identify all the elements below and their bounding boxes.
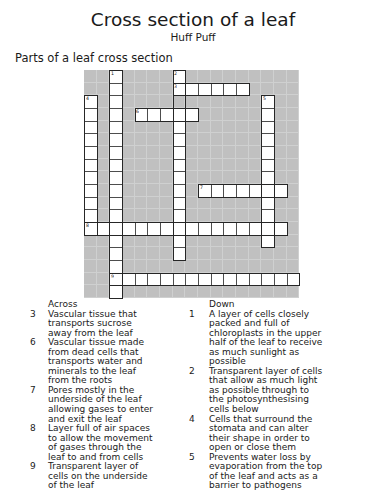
grid-cell[interactable] <box>109 273 123 287</box>
grid-cell[interactable] <box>261 222 275 236</box>
grid-cell[interactable] <box>160 108 174 122</box>
grid-cell[interactable] <box>261 197 275 211</box>
grid-cell[interactable] <box>109 171 123 185</box>
grid-cell[interactable] <box>173 108 187 122</box>
grid-cell[interactable] <box>211 222 225 236</box>
grid-cell[interactable] <box>84 159 98 173</box>
grid-cell[interactable] <box>84 184 98 198</box>
grid-cell[interactable] <box>236 184 250 198</box>
grid-cell[interactable] <box>173 121 187 135</box>
grid-cell[interactable] <box>147 222 161 236</box>
grid-cell[interactable] <box>84 121 98 135</box>
grid-cell[interactable] <box>261 209 275 223</box>
grid-cell[interactable] <box>261 146 275 160</box>
grid-cell[interactable] <box>173 247 187 261</box>
grid-cell[interactable] <box>173 197 187 211</box>
grid-cell[interactable] <box>147 273 161 287</box>
grid-cell[interactable] <box>160 222 174 236</box>
clue-number: 9 <box>30 462 48 472</box>
grid-cell[interactable] <box>185 108 199 122</box>
page-subtitle: Huff Puff <box>0 31 386 43</box>
grid-cell[interactable] <box>173 171 187 185</box>
grid-cell[interactable] <box>109 209 123 223</box>
grid-cell[interactable] <box>84 133 98 147</box>
grid-cell[interactable] <box>109 70 123 84</box>
grid-cell[interactable] <box>261 121 275 135</box>
clue-item: 7Pores mostly in the underside of the le… <box>30 386 185 424</box>
clue-number: 7 <box>30 386 48 396</box>
grid-cell[interactable] <box>223 273 237 287</box>
grid-cell[interactable] <box>109 184 123 198</box>
grid-cell[interactable] <box>261 171 275 185</box>
worksheet-page: Cross section of a leaf Huff Puff Parts … <box>0 0 386 500</box>
grid-cell[interactable] <box>274 222 288 236</box>
clue-text: Transparent layer of cells on the unders… <box>48 462 148 491</box>
grid-cell[interactable] <box>147 108 161 122</box>
clue-number: 6 <box>30 338 48 348</box>
grid-cell[interactable] <box>261 184 275 198</box>
clue-text: Pores mostly in the underside of the lea… <box>48 386 153 424</box>
clue-number: 1 <box>189 310 209 320</box>
clue-number: 2 <box>189 367 209 377</box>
grid-cell[interactable] <box>249 273 263 287</box>
clue-number: 5 <box>189 453 209 463</box>
clue-text: Prevents water loss by evaporation from … <box>209 453 322 491</box>
grid-cell[interactable] <box>236 83 250 97</box>
grid-cell[interactable] <box>84 209 98 223</box>
grid-cell[interactable] <box>122 222 136 236</box>
grid-cell[interactable] <box>274 273 288 287</box>
grid-cell[interactable] <box>261 159 275 173</box>
grid-cell[interactable] <box>122 273 136 287</box>
grid-cell[interactable] <box>211 273 225 287</box>
grid-cell[interactable] <box>236 222 250 236</box>
grid-cell[interactable] <box>84 146 98 160</box>
clue-item: 8Layer full of air spaces to allow the m… <box>30 424 185 462</box>
grid-cell[interactable] <box>109 235 123 249</box>
clue-text: Layer full of air spaces to allow the mo… <box>48 424 152 462</box>
grid-cell[interactable] <box>135 222 149 236</box>
clue-item: 3Vascular tissue that transports sucrose… <box>30 310 185 339</box>
grid-cell[interactable] <box>109 95 123 109</box>
puzzle-prompt: Parts of a leaf cross section <box>15 51 173 65</box>
grid-cell[interactable] <box>173 273 187 287</box>
grid-cell[interactable] <box>173 70 187 84</box>
grid-cell[interactable] <box>173 83 187 97</box>
grid-cell[interactable] <box>261 235 275 249</box>
clue-text: Vascular tissue made from dead cells tha… <box>48 338 144 386</box>
clue-text: Vascular tissue that transports sucrose … <box>48 310 137 339</box>
grid-cell[interactable] <box>261 133 275 147</box>
grid-cell[interactable] <box>109 146 123 160</box>
grid-cell[interactable] <box>135 273 149 287</box>
grid-cell[interactable] <box>211 184 225 198</box>
grid-cell[interactable] <box>198 273 212 287</box>
grid-cell[interactable] <box>185 83 199 97</box>
grid-cell[interactable] <box>109 247 123 261</box>
grid-cell[interactable] <box>173 133 187 147</box>
grid-cell[interactable] <box>84 108 98 122</box>
grid-cell[interactable] <box>173 184 187 198</box>
grid-cell[interactable] <box>198 222 212 236</box>
grid-cell[interactable] <box>173 209 187 223</box>
clue-text: A layer of cells closely packed and full… <box>209 310 322 367</box>
clue-item: 1A layer of cells closely packed and ful… <box>189 310 349 367</box>
clue-item: 9Transparent layer of cells on the under… <box>30 462 185 491</box>
grid-cell[interactable] <box>236 273 250 287</box>
grid-cell[interactable] <box>160 273 174 287</box>
grid-cell[interactable] <box>198 83 212 97</box>
grid-cell[interactable] <box>109 83 123 97</box>
grid-cell[interactable] <box>261 273 275 287</box>
grid-cell[interactable] <box>109 121 123 135</box>
grid-cell[interactable] <box>223 222 237 236</box>
grid-cell[interactable] <box>173 159 187 173</box>
grid-cell[interactable] <box>287 273 301 287</box>
clue-item: 4Cells that surround the stomata and can… <box>189 415 349 453</box>
across-clues: Across 3Vascular tissue that transports … <box>30 300 185 491</box>
grid-cell[interactable] <box>109 159 123 173</box>
grid-cell[interactable] <box>223 184 237 198</box>
grid-cell[interactable] <box>173 146 187 160</box>
grid-cell[interactable] <box>173 235 187 249</box>
grid-cell[interactable] <box>84 171 98 185</box>
grid-cell[interactable] <box>274 184 288 198</box>
grid-cell[interactable] <box>109 260 123 274</box>
crossword-board: 123456789 <box>84 70 299 298</box>
grid-cell[interactable] <box>185 273 199 287</box>
grid-cell[interactable] <box>84 197 98 211</box>
clue-number: 4 <box>189 415 209 425</box>
grid-cell[interactable] <box>261 95 275 109</box>
grid-cell[interactable] <box>84 95 98 109</box>
down-clues: Down 1A layer of cells closely packed an… <box>189 300 349 491</box>
grid-cell[interactable] <box>173 222 187 236</box>
clue-text: Cells that surround the stomata and can … <box>209 415 312 453</box>
grid-cell[interactable] <box>109 222 123 236</box>
grid-cell[interactable] <box>249 222 263 236</box>
clue-number: 8 <box>30 424 48 434</box>
grid-cell[interactable] <box>97 222 111 236</box>
clue-item: 6Vascular tissue made from dead cells th… <box>30 338 185 386</box>
clue-text: Transparent layer of cells that allow as… <box>209 367 322 415</box>
page-title: Cross section of a leaf <box>0 9 386 30</box>
clue-item: 2Transparent layer of cells that allow a… <box>189 367 349 415</box>
grid-cell[interactable] <box>109 133 123 147</box>
grid-cell[interactable] <box>249 184 263 198</box>
grid-cell[interactable] <box>109 285 123 299</box>
clue-item: 5Prevents water loss by evaporation from… <box>189 453 349 491</box>
grid-cell[interactable] <box>211 83 225 97</box>
grid-cell[interactable] <box>109 197 123 211</box>
grid-cell[interactable] <box>84 222 98 236</box>
clue-number: 3 <box>30 310 48 320</box>
grid-cell[interactable] <box>223 83 237 97</box>
grid-cell[interactable] <box>185 222 199 236</box>
grid-cell[interactable] <box>135 108 149 122</box>
grid-cell[interactable] <box>198 184 212 198</box>
grid-cell[interactable] <box>109 108 123 122</box>
grid-cell[interactable] <box>261 108 275 122</box>
